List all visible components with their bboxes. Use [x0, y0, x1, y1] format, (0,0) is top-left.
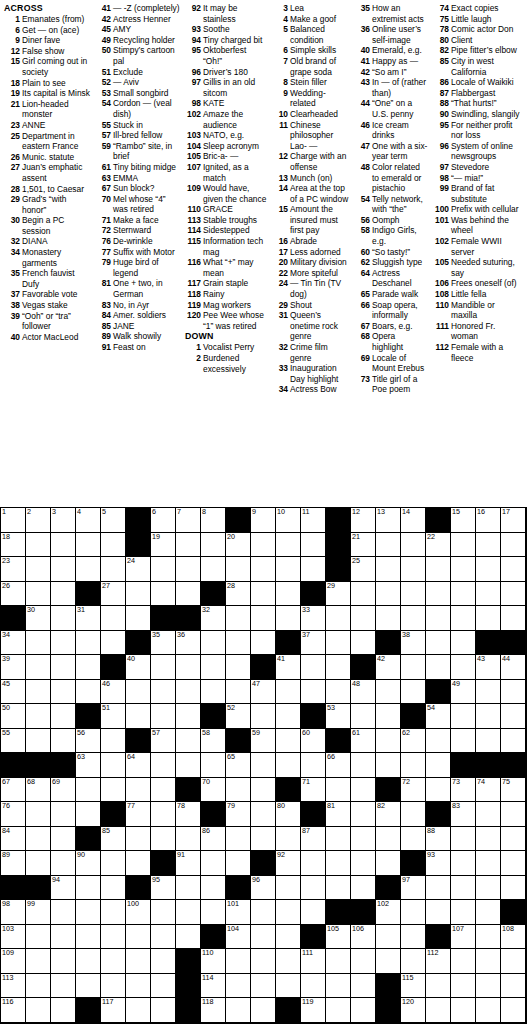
- grid-cell-r7c1[interactable]: 39: [1, 655, 26, 680]
- grid-cell-r1c19[interactable]: 15: [451, 508, 476, 533]
- grid-cell-r2c9[interactable]: [201, 533, 226, 558]
- grid-cell-r6c2[interactable]: [26, 631, 51, 656]
- grid-cell-r14c10[interactable]: [226, 827, 251, 852]
- grid-cell-r19c17[interactable]: [401, 949, 426, 974]
- grid-cell-r16c4[interactable]: [76, 876, 101, 901]
- grid-cell-r2c7[interactable]: 19: [151, 533, 176, 558]
- grid-cell-r6c18[interactable]: [426, 631, 451, 656]
- grid-cell-r5c15[interactable]: [351, 606, 376, 631]
- grid-cell-r15c5[interactable]: [101, 851, 126, 876]
- grid-cell-r17c1[interactable]: 98: [1, 900, 26, 925]
- grid-cell-r14c20[interactable]: [476, 827, 501, 852]
- grid-cell-r16c3[interactable]: 94: [51, 876, 76, 901]
- grid-cell-r18c20[interactable]: [476, 925, 501, 950]
- grid-cell-r9c18[interactable]: 54: [426, 704, 451, 729]
- grid-cell-r19c5[interactable]: [101, 949, 126, 974]
- grid-cell-r9c16[interactable]: [376, 704, 401, 729]
- grid-cell-r3c10[interactable]: [226, 557, 251, 582]
- grid-cell-r8c15[interactable]: 48: [351, 680, 376, 705]
- grid-cell-r8c17[interactable]: [401, 680, 426, 705]
- grid-cell-r13c20[interactable]: [476, 802, 501, 827]
- grid-cell-r8c2[interactable]: [26, 680, 51, 705]
- grid-cell-r9c21[interactable]: [501, 704, 526, 729]
- grid-cell-r8c20[interactable]: [476, 680, 501, 705]
- grid-cell-r10c9[interactable]: 58: [201, 729, 226, 754]
- grid-cell-r8c9[interactable]: [201, 680, 226, 705]
- grid-cell-r15c8[interactable]: 91: [176, 851, 201, 876]
- grid-cell-r8c4[interactable]: [76, 680, 101, 705]
- grid-cell-r9c3[interactable]: [51, 704, 76, 729]
- grid-cell-r6c7[interactable]: 35: [151, 631, 176, 656]
- grid-cell-r6c10[interactable]: [226, 631, 251, 656]
- grid-cell-r15c16[interactable]: [376, 851, 401, 876]
- grid-cell-r1c7[interactable]: 6: [151, 508, 176, 533]
- grid-cell-r9c7[interactable]: [151, 704, 176, 729]
- grid-cell-r20c15[interactable]: [351, 974, 376, 999]
- grid-cell-r6c17[interactable]: 38: [401, 631, 426, 656]
- grid-cell-r8c16[interactable]: [376, 680, 401, 705]
- grid-cell-r4c16[interactable]: [376, 582, 401, 607]
- grid-cell-r20c14[interactable]: [326, 974, 351, 999]
- grid-cell-r1c1[interactable]: 1: [1, 508, 26, 533]
- grid-cell-r12c6[interactable]: [126, 778, 151, 803]
- grid-cell-r21c18[interactable]: [426, 998, 451, 1023]
- grid-cell-r21c13[interactable]: 119: [301, 998, 326, 1023]
- grid-cell-r20c3[interactable]: [51, 974, 76, 999]
- grid-cell-r2c19[interactable]: [451, 533, 476, 558]
- grid-cell-r17c18[interactable]: [426, 900, 451, 925]
- grid-cell-r7c19[interactable]: [451, 655, 476, 680]
- grid-cell-r10c7[interactable]: 57: [151, 729, 176, 754]
- grid-cell-r4c12[interactable]: [276, 582, 301, 607]
- grid-cell-r14c11[interactable]: [251, 827, 276, 852]
- grid-cell-r17c13[interactable]: [301, 900, 326, 925]
- grid-cell-r13c6[interactable]: 77: [126, 802, 151, 827]
- grid-cell-r13c16[interactable]: 82: [376, 802, 401, 827]
- grid-cell-r13c14[interactable]: 81: [326, 802, 351, 827]
- grid-cell-r17c19[interactable]: [451, 900, 476, 925]
- grid-cell-r2c15[interactable]: 21: [351, 533, 376, 558]
- grid-cell-r7c7[interactable]: [151, 655, 176, 680]
- grid-cell-r7c20[interactable]: 43: [476, 655, 501, 680]
- grid-cell-r7c18[interactable]: [426, 655, 451, 680]
- grid-cell-r4c3[interactable]: [51, 582, 76, 607]
- grid-cell-r17c17[interactable]: [401, 900, 426, 925]
- grid-cell-r20c6[interactable]: [126, 974, 151, 999]
- grid-cell-r10c2[interactable]: [26, 729, 51, 754]
- grid-cell-r5c5[interactable]: [101, 606, 126, 631]
- grid-cell-r11c15[interactable]: [351, 753, 376, 778]
- grid-cell-r17c7[interactable]: [151, 900, 176, 925]
- grid-cell-r18c6[interactable]: [126, 925, 151, 950]
- grid-cell-r9c11[interactable]: [251, 704, 276, 729]
- grid-cell-r21c6[interactable]: [126, 998, 151, 1023]
- grid-cell-r12c13[interactable]: 71: [301, 778, 326, 803]
- grid-cell-r18c15[interactable]: 106: [351, 925, 376, 950]
- grid-cell-r18c5[interactable]: [101, 925, 126, 950]
- grid-cell-r16c13[interactable]: [301, 876, 326, 901]
- grid-cell-r18c16[interactable]: [376, 925, 401, 950]
- grid-cell-r4c1[interactable]: 26: [1, 582, 26, 607]
- grid-cell-r12c9[interactable]: 70: [201, 778, 226, 803]
- grid-cell-r7c3[interactable]: [51, 655, 76, 680]
- grid-cell-r5c20[interactable]: [476, 606, 501, 631]
- grid-cell-r20c1[interactable]: 113: [1, 974, 26, 999]
- grid-cell-r8c19[interactable]: 49: [451, 680, 476, 705]
- grid-cell-r3c2[interactable]: [26, 557, 51, 582]
- grid-cell-r15c14[interactable]: [326, 851, 351, 876]
- grid-cell-r14c9[interactable]: 86: [201, 827, 226, 852]
- grid-cell-r21c7[interactable]: [151, 998, 176, 1023]
- grid-cell-r16c9[interactable]: [201, 876, 226, 901]
- grid-cell-r12c2[interactable]: 68: [26, 778, 51, 803]
- grid-cell-r14c2[interactable]: [26, 827, 51, 852]
- grid-cell-r6c13[interactable]: 37: [301, 631, 326, 656]
- grid-cell-r7c21[interactable]: 44: [501, 655, 526, 680]
- grid-cell-r16c17[interactable]: 97: [401, 876, 426, 901]
- grid-cell-r21c10[interactable]: [226, 998, 251, 1023]
- grid-cell-r14c16[interactable]: [376, 827, 401, 852]
- grid-cell-r12c4[interactable]: [76, 778, 101, 803]
- grid-cell-r12c11[interactable]: [251, 778, 276, 803]
- grid-cell-r20c2[interactable]: [26, 974, 51, 999]
- grid-cell-r14c6[interactable]: [126, 827, 151, 852]
- grid-cell-r21c1[interactable]: 116: [1, 998, 26, 1023]
- grid-cell-r3c12[interactable]: [276, 557, 301, 582]
- grid-cell-r21c9[interactable]: 118: [201, 998, 226, 1023]
- grid-cell-r19c15[interactable]: [351, 949, 376, 974]
- grid-cell-r15c21[interactable]: [501, 851, 526, 876]
- grid-cell-r7c14[interactable]: [326, 655, 351, 680]
- grid-cell-r7c9[interactable]: [201, 655, 226, 680]
- grid-cell-r1c17[interactable]: 14: [401, 508, 426, 533]
- grid-cell-r5c19[interactable]: [451, 606, 476, 631]
- grid-cell-r1c16[interactable]: 13: [376, 508, 401, 533]
- grid-cell-r3c20[interactable]: [476, 557, 501, 582]
- grid-cell-r3c16[interactable]: [376, 557, 401, 582]
- grid-cell-r21c3[interactable]: [51, 998, 76, 1023]
- grid-cell-r17c4[interactable]: [76, 900, 101, 925]
- grid-cell-r18c10[interactable]: 104: [226, 925, 251, 950]
- grid-cell-r2c2[interactable]: [26, 533, 51, 558]
- grid-cell-r2c8[interactable]: [176, 533, 201, 558]
- grid-cell-r15c18[interactable]: 93: [426, 851, 451, 876]
- grid-cell-r18c4[interactable]: [76, 925, 101, 950]
- grid-cell-r19c1[interactable]: 109: [1, 949, 26, 974]
- grid-cell-r19c19[interactable]: [451, 949, 476, 974]
- grid-cell-r16c8[interactable]: [176, 876, 201, 901]
- grid-cell-r10c17[interactable]: 62: [401, 729, 426, 754]
- grid-cell-r19c14[interactable]: [326, 949, 351, 974]
- grid-cell-r1c5[interactable]: 5: [101, 508, 126, 533]
- grid-cell-r15c10[interactable]: [226, 851, 251, 876]
- grid-cell-r1c15[interactable]: 12: [351, 508, 376, 533]
- grid-cell-r13c12[interactable]: 80: [276, 802, 301, 827]
- grid-cell-r6c5[interactable]: [101, 631, 126, 656]
- grid-cell-r2c18[interactable]: 22: [426, 533, 451, 558]
- grid-cell-r17c12[interactable]: [276, 900, 301, 925]
- grid-cell-r20c5[interactable]: [101, 974, 126, 999]
- grid-cell-r5c18[interactable]: [426, 606, 451, 631]
- grid-cell-r3c8[interactable]: [176, 557, 201, 582]
- grid-cell-r10c12[interactable]: [276, 729, 301, 754]
- grid-cell-r10c21[interactable]: [501, 729, 526, 754]
- grid-cell-r6c3[interactable]: [51, 631, 76, 656]
- grid-cell-r10c8[interactable]: [176, 729, 201, 754]
- grid-cell-r15c12[interactable]: 92: [276, 851, 301, 876]
- grid-cell-r20c11[interactable]: [251, 974, 276, 999]
- grid-cell-r15c2[interactable]: [26, 851, 51, 876]
- grid-cell-r21c2[interactable]: [26, 998, 51, 1023]
- grid-cell-r18c2[interactable]: [26, 925, 51, 950]
- grid-cell-r20c12[interactable]: [276, 974, 301, 999]
- grid-cell-r3c13[interactable]: [301, 557, 326, 582]
- grid-cell-r11c12[interactable]: [276, 753, 301, 778]
- grid-cell-r3c17[interactable]: [401, 557, 426, 582]
- grid-cell-r4c21[interactable]: [501, 582, 526, 607]
- grid-cell-r11c5[interactable]: [101, 753, 126, 778]
- grid-cell-r15c9[interactable]: [201, 851, 226, 876]
- grid-cell-r5c11[interactable]: [251, 606, 276, 631]
- grid-cell-r3c9[interactable]: [201, 557, 226, 582]
- grid-cell-r17c3[interactable]: [51, 900, 76, 925]
- grid-cell-r7c13[interactable]: [301, 655, 326, 680]
- grid-cell-r17c5[interactable]: [101, 900, 126, 925]
- grid-cell-r10c11[interactable]: 59: [251, 729, 276, 754]
- grid-cell-r15c13[interactable]: [301, 851, 326, 876]
- grid-cell-r21c14[interactable]: [326, 998, 351, 1023]
- grid-cell-r9c1[interactable]: 50: [1, 704, 26, 729]
- grid-cell-r9c10[interactable]: 52: [226, 704, 251, 729]
- grid-cell-r11c7[interactable]: [151, 753, 176, 778]
- grid-cell-r17c8[interactable]: [176, 900, 201, 925]
- grid-cell-r14c19[interactable]: [451, 827, 476, 852]
- grid-cell-r1c21[interactable]: 17: [501, 508, 526, 533]
- grid-cell-r20c21[interactable]: [501, 974, 526, 999]
- grid-cell-r16c12[interactable]: [276, 876, 301, 901]
- grid-cell-r9c8[interactable]: [176, 704, 201, 729]
- grid-cell-r20c20[interactable]: [476, 974, 501, 999]
- grid-cell-r12c15[interactable]: [351, 778, 376, 803]
- grid-cell-r4c15[interactable]: [351, 582, 376, 607]
- grid-cell-r7c16[interactable]: 42: [376, 655, 401, 680]
- grid-cell-r8c8[interactable]: [176, 680, 201, 705]
- grid-cell-r9c19[interactable]: [451, 704, 476, 729]
- grid-cell-r9c5[interactable]: 51: [101, 704, 126, 729]
- grid-cell-r4c7[interactable]: [151, 582, 176, 607]
- grid-cell-r18c14[interactable]: 105: [326, 925, 351, 950]
- grid-cell-r13c3[interactable]: [51, 802, 76, 827]
- grid-cell-r4c10[interactable]: 28: [226, 582, 251, 607]
- grid-cell-r9c6[interactable]: [126, 704, 151, 729]
- grid-cell-r3c21[interactable]: [501, 557, 526, 582]
- grid-cell-r11c9[interactable]: [201, 753, 226, 778]
- grid-cell-r14c3[interactable]: [51, 827, 76, 852]
- grid-cell-r13c4[interactable]: [76, 802, 101, 827]
- grid-cell-r20c7[interactable]: [151, 974, 176, 999]
- grid-cell-r2c11[interactable]: [251, 533, 276, 558]
- grid-cell-r19c13[interactable]: 111: [301, 949, 326, 974]
- grid-cell-r2c20[interactable]: [476, 533, 501, 558]
- grid-cell-r21c11[interactable]: [251, 998, 276, 1023]
- grid-cell-r1c20[interactable]: 16: [476, 508, 501, 533]
- grid-cell-r9c14[interactable]: 53: [326, 704, 351, 729]
- grid-cell-r12c5[interactable]: [101, 778, 126, 803]
- grid-cell-r11c10[interactable]: 65: [226, 753, 251, 778]
- grid-cell-r14c13[interactable]: 87: [301, 827, 326, 852]
- grid-cell-r10c4[interactable]: 56: [76, 729, 101, 754]
- grid-cell-r5c10[interactable]: [226, 606, 251, 631]
- grid-cell-r9c15[interactable]: [351, 704, 376, 729]
- grid-cell-r10c15[interactable]: 61: [351, 729, 376, 754]
- grid-cell-r7c12[interactable]: 41: [276, 655, 301, 680]
- grid-cell-r2c16[interactable]: [376, 533, 401, 558]
- grid-cell-r4c20[interactable]: [476, 582, 501, 607]
- grid-cell-r4c5[interactable]: 27: [101, 582, 126, 607]
- grid-cell-r17c2[interactable]: 99: [26, 900, 51, 925]
- grid-cell-r13c8[interactable]: 78: [176, 802, 201, 827]
- grid-cell-r7c6[interactable]: 40: [126, 655, 151, 680]
- grid-cell-r4c14[interactable]: 29: [326, 582, 351, 607]
- grid-cell-r10c13[interactable]: 60: [301, 729, 326, 754]
- grid-cell-r1c4[interactable]: 4: [76, 508, 101, 533]
- grid-cell-r16c14[interactable]: [326, 876, 351, 901]
- grid-cell-r12c18[interactable]: [426, 778, 451, 803]
- grid-cell-r17c16[interactable]: 102: [376, 900, 401, 925]
- grid-cell-r2c1[interactable]: 18: [1, 533, 26, 558]
- grid-cell-r14c15[interactable]: [351, 827, 376, 852]
- grid-cell-r5c16[interactable]: [376, 606, 401, 631]
- grid-cell-r14c1[interactable]: 84: [1, 827, 26, 852]
- grid-cell-r11c4[interactable]: 63: [76, 753, 101, 778]
- grid-cell-r12c19[interactable]: 73: [451, 778, 476, 803]
- grid-cell-r1c2[interactable]: 2: [26, 508, 51, 533]
- grid-cell-r13c21[interactable]: [501, 802, 526, 827]
- grid-cell-r19c4[interactable]: [76, 949, 101, 974]
- grid-cell-r6c19[interactable]: [451, 631, 476, 656]
- grid-cell-r20c4[interactable]: [76, 974, 101, 999]
- grid-cell-r12c17[interactable]: 72: [401, 778, 426, 803]
- grid-cell-r5c4[interactable]: 31: [76, 606, 101, 631]
- grid-cell-r20c9[interactable]: 114: [201, 974, 226, 999]
- grid-cell-r12c21[interactable]: 75: [501, 778, 526, 803]
- grid-cell-r18c12[interactable]: [276, 925, 301, 950]
- grid-cell-r11c18[interactable]: [426, 753, 451, 778]
- grid-cell-r12c1[interactable]: 67: [1, 778, 26, 803]
- grid-cell-r4c17[interactable]: [401, 582, 426, 607]
- grid-cell-r15c6[interactable]: [126, 851, 151, 876]
- grid-cell-r4c2[interactable]: [26, 582, 51, 607]
- grid-cell-r7c8[interactable]: [176, 655, 201, 680]
- grid-cell-r11c11[interactable]: [251, 753, 276, 778]
- grid-cell-r11c8[interactable]: [176, 753, 201, 778]
- grid-cell-r10c19[interactable]: [451, 729, 476, 754]
- grid-cell-r3c5[interactable]: [101, 557, 126, 582]
- grid-cell-r8c5[interactable]: 46: [101, 680, 126, 705]
- grid-cell-r19c11[interactable]: [251, 949, 276, 974]
- grid-cell-r14c5[interactable]: 85: [101, 827, 126, 852]
- grid-cell-r5c17[interactable]: [401, 606, 426, 631]
- grid-cell-r16c5[interactable]: [101, 876, 126, 901]
- grid-cell-r10c18[interactable]: [426, 729, 451, 754]
- grid-cell-r16c21[interactable]: [501, 876, 526, 901]
- grid-cell-r14c21[interactable]: [501, 827, 526, 852]
- grid-cell-r21c20[interactable]: [476, 998, 501, 1023]
- grid-cell-r2c21[interactable]: [501, 533, 526, 558]
- grid-cell-r18c11[interactable]: [251, 925, 276, 950]
- grid-cell-r5c14[interactable]: [326, 606, 351, 631]
- grid-cell-r13c1[interactable]: 76: [1, 802, 26, 827]
- grid-cell-r6c14[interactable]: [326, 631, 351, 656]
- grid-cell-r14c18[interactable]: 88: [426, 827, 451, 852]
- grid-cell-r1c12[interactable]: 10: [276, 508, 301, 533]
- grid-cell-r13c17[interactable]: [401, 802, 426, 827]
- grid-cell-r8c3[interactable]: [51, 680, 76, 705]
- grid-cell-r16c19[interactable]: [451, 876, 476, 901]
- grid-cell-r21c21[interactable]: [501, 998, 526, 1023]
- grid-cell-r1c8[interactable]: 7: [176, 508, 201, 533]
- grid-cell-r4c8[interactable]: [176, 582, 201, 607]
- grid-cell-r5c6[interactable]: [126, 606, 151, 631]
- grid-cell-r5c12[interactable]: [276, 606, 301, 631]
- grid-cell-r6c15[interactable]: [351, 631, 376, 656]
- grid-cell-r5c2[interactable]: 30: [26, 606, 51, 631]
- grid-cell-r2c4[interactable]: [76, 533, 101, 558]
- grid-cell-r15c1[interactable]: 89: [1, 851, 26, 876]
- grid-cell-r21c15[interactable]: [351, 998, 376, 1023]
- grid-cell-r1c9[interactable]: 8: [201, 508, 226, 533]
- grid-cell-r16c11[interactable]: 96: [251, 876, 276, 901]
- grid-cell-r10c3[interactable]: [51, 729, 76, 754]
- grid-cell-r20c18[interactable]: [426, 974, 451, 999]
- grid-cell-r16c15[interactable]: [351, 876, 376, 901]
- grid-cell-r10c1[interactable]: 55: [1, 729, 26, 754]
- grid-cell-r9c20[interactable]: [476, 704, 501, 729]
- grid-cell-r4c19[interactable]: [451, 582, 476, 607]
- grid-cell-r14c17[interactable]: [401, 827, 426, 852]
- grid-cell-r20c10[interactable]: [226, 974, 251, 999]
- grid-cell-r5c13[interactable]: 33: [301, 606, 326, 631]
- grid-cell-r6c4[interactable]: [76, 631, 101, 656]
- grid-cell-r14c7[interactable]: [151, 827, 176, 852]
- grid-cell-r5c21[interactable]: [501, 606, 526, 631]
- grid-cell-r5c3[interactable]: [51, 606, 76, 631]
- grid-cell-r1c13[interactable]: 11: [301, 508, 326, 533]
- grid-cell-r13c10[interactable]: 79: [226, 802, 251, 827]
- grid-cell-r21c5[interactable]: 117: [101, 998, 126, 1023]
- grid-cell-r9c2[interactable]: [26, 704, 51, 729]
- grid-cell-r15c15[interactable]: [351, 851, 376, 876]
- grid-cell-r6c11[interactable]: [251, 631, 276, 656]
- grid-cell-r18c1[interactable]: 103: [1, 925, 26, 950]
- grid-cell-r3c19[interactable]: [451, 557, 476, 582]
- grid-cell-r19c9[interactable]: 110: [201, 949, 226, 974]
- grid-cell-r12c7[interactable]: [151, 778, 176, 803]
- grid-cell-r7c2[interactable]: [26, 655, 51, 680]
- grid-cell-r18c17[interactable]: [401, 925, 426, 950]
- grid-cell-r2c13[interactable]: [301, 533, 326, 558]
- grid-cell-r6c9[interactable]: [201, 631, 226, 656]
- grid-cell-r16c20[interactable]: [476, 876, 501, 901]
- grid-cell-r5c9[interactable]: 32: [201, 606, 226, 631]
- grid-cell-r13c19[interactable]: 83: [451, 802, 476, 827]
- grid-cell-r18c3[interactable]: [51, 925, 76, 950]
- grid-cell-r3c11[interactable]: [251, 557, 276, 582]
- grid-cell-r7c4[interactable]: [76, 655, 101, 680]
- grid-cell-r10c20[interactable]: [476, 729, 501, 754]
- grid-cell-r14c14[interactable]: [326, 827, 351, 852]
- grid-cell-r13c2[interactable]: [26, 802, 51, 827]
